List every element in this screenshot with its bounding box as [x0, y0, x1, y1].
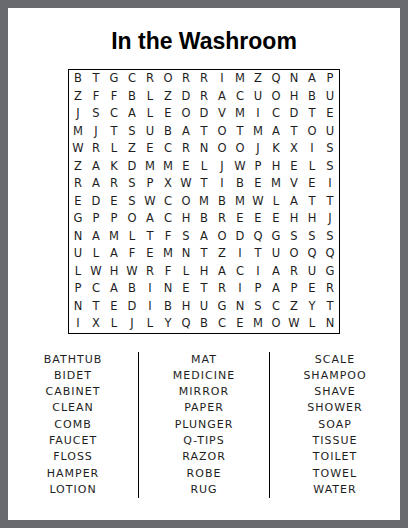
grid-cell: M: [195, 193, 213, 211]
word-list-item: ROBE: [139, 466, 269, 482]
word-list-item: RUG: [139, 482, 269, 498]
grid-cell: L: [177, 263, 195, 281]
word-search-grid: BTGCRORRIMZQNAPZFFBLZDRACUOHBUJSCALEODVM…: [68, 69, 340, 334]
grid-cell: A: [213, 263, 231, 281]
grid-cell: F: [159, 263, 177, 281]
grid-cell: A: [267, 123, 285, 141]
grid-cell: A: [87, 158, 105, 176]
grid-cell: L: [303, 315, 321, 333]
grid-cell: R: [213, 210, 231, 228]
grid-cell: R: [69, 175, 87, 193]
grid-cell: P: [141, 175, 159, 193]
grid-cell: W: [69, 140, 87, 158]
grid-cell: Z: [123, 140, 141, 158]
grid-cell: Y: [159, 315, 177, 333]
grid-cell: O: [303, 123, 321, 141]
word-list-item: MEDICINE: [139, 368, 269, 384]
grid-cell: J: [87, 123, 105, 141]
grid-cell: J: [69, 105, 87, 123]
grid-cell: N: [69, 298, 87, 316]
grid-cell: J: [249, 140, 267, 158]
grid-cell: M: [249, 315, 267, 333]
word-list-item: TOWEL: [270, 466, 400, 482]
grid-cell: M: [231, 105, 249, 123]
grid-cell: A: [267, 280, 285, 298]
grid-cell: C: [267, 298, 285, 316]
grid-cell: N: [195, 140, 213, 158]
grid-cell: F: [105, 88, 123, 106]
grid-cell: H: [285, 88, 303, 106]
grid-cell: C: [123, 70, 141, 88]
grid-cell: H: [303, 210, 321, 228]
grid-cell: T: [249, 245, 267, 263]
grid-cell: H: [285, 210, 303, 228]
grid-cell: A: [87, 228, 105, 246]
grid-cell: W: [249, 193, 267, 211]
grid-cell: E: [69, 193, 87, 211]
grid-cell: M: [249, 123, 267, 141]
grid-cell: C: [87, 280, 105, 298]
word-list-item: TISSUE: [270, 433, 400, 449]
grid-cell: S: [321, 140, 339, 158]
grid-cell: K: [105, 158, 123, 176]
word-list-item: CABINET: [8, 384, 138, 400]
grid-cell: I: [249, 105, 267, 123]
grid-cell: O: [267, 315, 285, 333]
grid-cell: G: [321, 263, 339, 281]
grid-cell: W: [123, 263, 141, 281]
grid-cell: T: [303, 193, 321, 211]
grid-cell: M: [231, 193, 249, 211]
grid-cell: A: [141, 210, 159, 228]
worksheet-page: In the Washroom BTGCRORRIMZQNAPZFFBLZDRA…: [0, 0, 408, 528]
grid-cell: B: [213, 193, 231, 211]
grid-cell: Z: [285, 298, 303, 316]
grid-cell: B: [303, 88, 321, 106]
grid-cell: L: [267, 193, 285, 211]
grid-cell: L: [303, 158, 321, 176]
grid-cell: T: [195, 123, 213, 141]
grid-cell: H: [195, 263, 213, 281]
grid-cell: A: [105, 245, 123, 263]
grid-cell: A: [267, 263, 285, 281]
grid-cell: H: [267, 158, 285, 176]
grid-cell: P: [69, 280, 87, 298]
grid-cell: C: [213, 315, 231, 333]
word-list-item: SHAMPOO: [270, 368, 400, 384]
grid-cell: Z: [213, 245, 231, 263]
grid-cell: I: [231, 280, 249, 298]
word-list-item: SCALE: [270, 352, 400, 368]
grid-cell: L: [123, 228, 141, 246]
grid-cell: O: [123, 210, 141, 228]
grid-cell: N: [69, 228, 87, 246]
grid-cell: S: [249, 298, 267, 316]
grid-cell: Z: [69, 88, 87, 106]
grid-cell: R: [195, 88, 213, 106]
grid-cell: B: [123, 88, 141, 106]
grid-cell: F: [87, 88, 105, 106]
grid-cell: C: [159, 193, 177, 211]
grid-cell: O: [159, 70, 177, 88]
grid-cell: I: [303, 140, 321, 158]
grid-cell: A: [285, 193, 303, 211]
grid-cell: S: [123, 193, 141, 211]
grid-cell: E: [141, 245, 159, 263]
grid-cell: S: [303, 228, 321, 246]
grid-cell: O: [213, 123, 231, 141]
grid-cell: R: [87, 140, 105, 158]
grid-cell: Z: [69, 158, 87, 176]
grid-cell: X: [159, 175, 177, 193]
grid-cell: O: [267, 88, 285, 106]
grid-cell: B: [159, 123, 177, 141]
grid-cell: G: [105, 70, 123, 88]
grid-cell: E: [321, 105, 339, 123]
grid-cell: B: [231, 175, 249, 193]
grid-cell: U: [249, 88, 267, 106]
word-list-item: WATER: [270, 482, 400, 498]
grid-cell: R: [141, 70, 159, 88]
word-list-column-3: SCALESHAMPOOSHAVESHOWERSOAPTISSUETOILETT…: [269, 352, 400, 499]
word-list-item: MIRROR: [139, 384, 269, 400]
grid-cell: R: [213, 280, 231, 298]
grid-cell: L: [105, 315, 123, 333]
grid-cell: I: [213, 70, 231, 88]
grid-cell: F: [159, 228, 177, 246]
grid-cell: H: [177, 210, 195, 228]
grid-cell: A: [105, 280, 123, 298]
grid-cell: Q: [321, 245, 339, 263]
grid-cell: N: [285, 70, 303, 88]
grid-cell: T: [321, 298, 339, 316]
grid-cell: R: [177, 140, 195, 158]
grid-cell: B: [69, 70, 87, 88]
grid-cell: E: [177, 280, 195, 298]
word-list-item: LOTION: [8, 482, 138, 498]
grid-cell: E: [231, 210, 249, 228]
grid-cell: C: [267, 105, 285, 123]
grid-cell: U: [267, 245, 285, 263]
grid-cell: E: [249, 210, 267, 228]
grid-cell: Q: [249, 228, 267, 246]
grid-cell: T: [87, 70, 105, 88]
grid-cell: P: [249, 158, 267, 176]
grid-cell: S: [321, 158, 339, 176]
word-list-item: MAT: [139, 352, 269, 368]
word-list-item: Q-TIPS: [139, 433, 269, 449]
grid-cell: C: [231, 88, 249, 106]
grid-cell: T: [321, 193, 339, 211]
grid-cell: E: [141, 140, 159, 158]
grid-cell: T: [87, 298, 105, 316]
grid-cell: P: [285, 280, 303, 298]
grid-cell: N: [231, 298, 249, 316]
grid-cell: L: [105, 140, 123, 158]
grid-cell: I: [321, 175, 339, 193]
grid-cell: V: [285, 175, 303, 193]
grid-cell: E: [105, 298, 123, 316]
word-list-item: PLUNGER: [139, 417, 269, 433]
grid-cell: L: [87, 245, 105, 263]
grid-cell: S: [285, 228, 303, 246]
grid-cell: O: [231, 140, 249, 158]
grid-cell: P: [105, 210, 123, 228]
grid-cell: Q: [303, 245, 321, 263]
grid-cell: E: [303, 280, 321, 298]
word-list-item: TOILET: [270, 449, 400, 465]
grid-cell: D: [87, 193, 105, 211]
word-list: BATHTUBBIDETCABINETCLEANCOMBFAUCETFLOSSH…: [8, 352, 400, 499]
grid-cell: B: [123, 280, 141, 298]
grid-cell: Q: [267, 70, 285, 88]
grid-cell: P: [321, 70, 339, 88]
grid-cell: A: [213, 88, 231, 106]
grid-cell: I: [141, 298, 159, 316]
grid-cell: M: [141, 158, 159, 176]
grid-cell: W: [87, 263, 105, 281]
grid-cell: L: [141, 88, 159, 106]
grid-cell: A: [303, 70, 321, 88]
grid-cell: N: [159, 280, 177, 298]
grid-cell: E: [231, 315, 249, 333]
word-list-item: BATHTUB: [8, 352, 138, 368]
grid-cell: U: [69, 245, 87, 263]
grid-cell: I: [231, 245, 249, 263]
word-list-item: PAPER: [139, 400, 269, 416]
grid-cell: D: [285, 105, 303, 123]
grid-cell: M: [69, 123, 87, 141]
grid-cell: A: [87, 175, 105, 193]
grid-cell: R: [195, 70, 213, 88]
grid-cell: C: [159, 210, 177, 228]
grid-cell: T: [195, 280, 213, 298]
grid-cell: B: [195, 210, 213, 228]
grid-cell: W: [285, 315, 303, 333]
grid-cell: R: [177, 70, 195, 88]
grid-cell: S: [123, 123, 141, 141]
grid-cell: E: [105, 193, 123, 211]
grid-cell: C: [159, 140, 177, 158]
word-list-item: COMB: [8, 417, 138, 433]
grid-cell: X: [285, 140, 303, 158]
grid-cell: N: [321, 315, 339, 333]
grid-cell: I: [69, 315, 87, 333]
grid-cell: P: [87, 210, 105, 228]
grid-cell: T: [303, 105, 321, 123]
grid-cell: I: [249, 263, 267, 281]
grid-cell: H: [105, 263, 123, 281]
grid-cell: T: [105, 123, 123, 141]
grid-cell: G: [267, 228, 285, 246]
word-list-item: FLOSS: [8, 449, 138, 465]
grid-cell: O: [177, 105, 195, 123]
grid-cell: E: [177, 158, 195, 176]
grid-cell: E: [267, 210, 285, 228]
grid-cell: A: [195, 228, 213, 246]
grid-cell: D: [123, 158, 141, 176]
grid-cell: E: [303, 175, 321, 193]
grid-cell: X: [87, 315, 105, 333]
grid-cell: L: [195, 158, 213, 176]
grid-cell: E: [159, 105, 177, 123]
grid-cell: Q: [177, 315, 195, 333]
grid-cell: T: [141, 228, 159, 246]
grid-cell: V: [213, 105, 231, 123]
grid-cell: U: [141, 123, 159, 141]
word-list-item: SHAVE: [270, 384, 400, 400]
grid-cell: E: [249, 175, 267, 193]
grid-cell: L: [141, 315, 159, 333]
grid-cell: P: [249, 280, 267, 298]
grid-cell: D: [123, 298, 141, 316]
grid-cell: U: [303, 263, 321, 281]
grid-cell: M: [231, 70, 249, 88]
grid-cell: E: [285, 158, 303, 176]
grid-cell: Z: [249, 70, 267, 88]
word-list-column-2: MATMEDICINEMIRRORPAPERPLUNGERQ-TIPSRAZOR…: [138, 352, 269, 499]
grid-cell: U: [321, 123, 339, 141]
grid-cell: S: [321, 228, 339, 246]
grid-cell: M: [105, 228, 123, 246]
grid-cell: F: [123, 245, 141, 263]
word-list-item: RAZOR: [139, 449, 269, 465]
grid-cell: Y: [303, 298, 321, 316]
grid-cell: A: [123, 105, 141, 123]
grid-cell: T: [195, 245, 213, 263]
grid-cell: G: [213, 298, 231, 316]
grid-cell: U: [321, 88, 339, 106]
word-list-item: CLEAN: [8, 400, 138, 416]
grid-cell: O: [177, 193, 195, 211]
grid-cell: G: [69, 210, 87, 228]
grid-cell: L: [69, 263, 87, 281]
word-list-item: HAMPER: [8, 466, 138, 482]
grid-cell: M: [159, 245, 177, 263]
grid-cell: S: [87, 105, 105, 123]
grid-cell: C: [105, 105, 123, 123]
grid-cell: K: [267, 140, 285, 158]
grid-cell: S: [123, 175, 141, 193]
grid-cell: D: [231, 228, 249, 246]
grid-cell: D: [177, 88, 195, 106]
word-list-item: SOAP: [270, 417, 400, 433]
grid-cell: A: [177, 123, 195, 141]
grid-cell: O: [285, 245, 303, 263]
grid-cell: M: [159, 158, 177, 176]
grid-cell: B: [159, 298, 177, 316]
grid-cell: I: [213, 175, 231, 193]
grid-cell: J: [213, 158, 231, 176]
grid-cell: J: [123, 315, 141, 333]
grid-cell: I: [141, 280, 159, 298]
grid-cell: U: [195, 298, 213, 316]
grid-cell: W: [177, 175, 195, 193]
puzzle-title: In the Washroom: [8, 28, 400, 54]
grid-cell: R: [141, 263, 159, 281]
grid-cell: S: [177, 228, 195, 246]
grid-cell: D: [195, 105, 213, 123]
grid-cell: W: [141, 193, 159, 211]
grid-cell: R: [105, 175, 123, 193]
grid-cell: C: [231, 263, 249, 281]
grid-cell: T: [231, 123, 249, 141]
grid-cell: B: [195, 315, 213, 333]
word-list-item: FAUCET: [8, 433, 138, 449]
word-list-item: SHOWER: [270, 400, 400, 416]
grid-cell: W: [231, 158, 249, 176]
word-list-column-1: BATHTUBBIDETCABINETCLEANCOMBFAUCETFLOSSH…: [8, 352, 138, 499]
grid-cell: R: [285, 263, 303, 281]
grid-cell: O: [213, 228, 231, 246]
grid-cell: N: [177, 245, 195, 263]
grid-cell: Z: [159, 88, 177, 106]
grid-cell: O: [213, 140, 231, 158]
grid-cell: M: [267, 175, 285, 193]
grid-cell: T: [285, 123, 303, 141]
grid-cell: R: [321, 280, 339, 298]
grid-cell: L: [141, 105, 159, 123]
word-list-item: BIDET: [8, 368, 138, 384]
grid-cell: J: [321, 210, 339, 228]
grid-cell: H: [177, 298, 195, 316]
grid-cell: T: [195, 175, 213, 193]
